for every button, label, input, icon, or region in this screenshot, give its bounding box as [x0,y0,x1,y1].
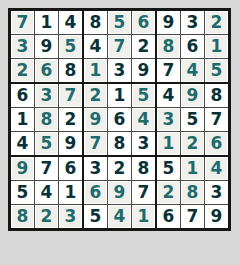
sudoku-cell-r5c3[interactable]: 2 [59,108,82,131]
sudoku-cell-r9c7[interactable]: 6 [157,205,180,228]
sudoku-cell-r3c5[interactable]: 3 [108,59,131,82]
sudoku-cell-r3c3[interactable]: 8 [59,59,82,82]
sudoku-cell-r1c2[interactable]: 1 [35,11,58,34]
sudoku-cell-r6c9[interactable]: 6 [205,132,228,155]
sudoku-cell-r2c2[interactable]: 9 [35,35,58,58]
sudoku-cell-r6c8[interactable]: 2 [181,132,204,155]
sudoku-cell-r3c1[interactable]: 2 [11,59,34,82]
sudoku-cell-r1c6[interactable]: 6 [132,11,155,34]
sudoku-box-9: 514283679 [157,157,228,228]
sudoku-cell-r5c9[interactable]: 7 [205,108,228,131]
sudoku-cell-r8c4[interactable]: 6 [84,181,107,204]
sudoku-cell-r3c4[interactable]: 1 [84,59,107,82]
sudoku-cell-r8c9[interactable]: 3 [205,181,228,204]
sudoku-cell-r4c3[interactable]: 7 [59,84,82,107]
sudoku-cell-r3c8[interactable]: 4 [181,59,204,82]
sudoku-cell-r4c1[interactable]: 6 [11,84,34,107]
sudoku-cell-r7c3[interactable]: 6 [59,157,82,180]
sudoku-cell-r1c3[interactable]: 4 [59,11,82,34]
sudoku-box-1: 714395268 [11,11,82,82]
sudoku-cell-r2c9[interactable]: 1 [205,35,228,58]
sudoku-cell-r4c7[interactable]: 4 [157,84,180,107]
sudoku-cell-r1c8[interactable]: 3 [181,11,204,34]
sudoku-cell-r2c6[interactable]: 2 [132,35,155,58]
sudoku-cell-r7c1[interactable]: 9 [11,157,34,180]
sudoku-box-8: 328697541 [84,157,155,228]
sudoku-cell-r1c4[interactable]: 8 [84,11,107,34]
sudoku-cell-r5c4[interactable]: 9 [84,108,107,131]
sudoku-cell-r6c6[interactable]: 3 [132,132,155,155]
sudoku-cell-r7c6[interactable]: 8 [132,157,155,180]
sudoku-cell-r6c3[interactable]: 9 [59,132,82,155]
sudoku-cell-r9c9[interactable]: 9 [205,205,228,228]
sudoku-cell-r8c1[interactable]: 5 [11,181,34,204]
sudoku-cell-r1c7[interactable]: 9 [157,11,180,34]
sudoku-cell-r4c9[interactable]: 8 [205,84,228,107]
sudoku-cell-r8c6[interactable]: 7 [132,181,155,204]
sudoku-cell-r7c9[interactable]: 4 [205,157,228,180]
sudoku-cell-r9c2[interactable]: 2 [35,205,58,228]
sudoku-cell-r8c3[interactable]: 1 [59,181,82,204]
sudoku-cell-r2c5[interactable]: 7 [108,35,131,58]
sudoku-cell-r5c1[interactable]: 1 [11,108,34,131]
sudoku-cell-r8c5[interactable]: 9 [108,181,131,204]
sudoku-cell-r8c8[interactable]: 8 [181,181,204,204]
sudoku-cell-r9c8[interactable]: 7 [181,205,204,228]
sudoku-cell-r2c3[interactable]: 5 [59,35,82,58]
sudoku-app: 7143952688564721399328617456371824592159… [0,0,240,265]
sudoku-cell-r6c2[interactable]: 5 [35,132,58,155]
sudoku-cell-r5c8[interactable]: 5 [181,108,204,131]
sudoku-cell-r1c9[interactable]: 2 [205,11,228,34]
sudoku-cell-r9c4[interactable]: 5 [84,205,107,228]
sudoku-cell-r3c6[interactable]: 9 [132,59,155,82]
sudoku-cell-r3c9[interactable]: 5 [205,59,228,82]
sudoku-cell-r3c2[interactable]: 6 [35,59,58,82]
sudoku-box-6: 498357126 [157,84,228,155]
sudoku-box-5: 215964783 [84,84,155,155]
sudoku-box-2: 856472139 [84,11,155,82]
sudoku-cell-r9c1[interactable]: 8 [11,205,34,228]
sudoku-cell-r2c7[interactable]: 8 [157,35,180,58]
sudoku-cell-r7c8[interactable]: 1 [181,157,204,180]
sudoku-board: 7143952688564721399328617456371824592159… [8,8,231,231]
sudoku-cell-r4c5[interactable]: 1 [108,84,131,107]
sudoku-cell-r9c6[interactable]: 1 [132,205,155,228]
sudoku-cell-r5c7[interactable]: 3 [157,108,180,131]
sudoku-cell-r6c7[interactable]: 1 [157,132,180,155]
sudoku-cell-r6c1[interactable]: 4 [11,132,34,155]
sudoku-cell-r4c4[interactable]: 2 [84,84,107,107]
sudoku-cell-r6c5[interactable]: 8 [108,132,131,155]
sudoku-cell-r5c2[interactable]: 8 [35,108,58,131]
sudoku-cell-r2c4[interactable]: 4 [84,35,107,58]
sudoku-cell-r9c5[interactable]: 4 [108,205,131,228]
sudoku-cell-r8c7[interactable]: 2 [157,181,180,204]
sudoku-box-4: 637182459 [11,84,82,155]
sudoku-box-7: 976541823 [11,157,82,228]
sudoku-cell-r4c8[interactable]: 9 [181,84,204,107]
sudoku-cell-r9c3[interactable]: 3 [59,205,82,228]
sudoku-cell-r5c6[interactable]: 4 [132,108,155,131]
sudoku-cell-r7c4[interactable]: 3 [84,157,107,180]
sudoku-cell-r2c8[interactable]: 6 [181,35,204,58]
sudoku-cell-r4c6[interactable]: 5 [132,84,155,107]
sudoku-cell-r1c1[interactable]: 7 [11,11,34,34]
sudoku-cell-r4c2[interactable]: 3 [35,84,58,107]
sudoku-cell-r8c2[interactable]: 4 [35,181,58,204]
sudoku-cell-r6c4[interactable]: 7 [84,132,107,155]
sudoku-cell-r5c5[interactable]: 6 [108,108,131,131]
sudoku-box-3: 932861745 [157,11,228,82]
sudoku-cell-r2c1[interactable]: 3 [11,35,34,58]
sudoku-cell-r3c7[interactable]: 7 [157,59,180,82]
sudoku-cell-r7c5[interactable]: 2 [108,157,131,180]
sudoku-cell-r7c7[interactable]: 5 [157,157,180,180]
sudoku-cell-r1c5[interactable]: 5 [108,11,131,34]
sudoku-cell-r7c2[interactable]: 7 [35,157,58,180]
